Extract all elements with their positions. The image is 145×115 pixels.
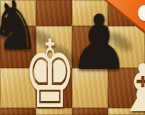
white-king-piece[interactable]: ♚: [24, 28, 76, 115]
chess-app-thumbnail: ♞♟♚♝: [0, 0, 145, 115]
square-r4c3[interactable]: [72, 108, 108, 115]
white-bishop-piece[interactable]: ♝: [118, 56, 145, 115]
partial-white-glyph-icon: [138, 5, 145, 21]
